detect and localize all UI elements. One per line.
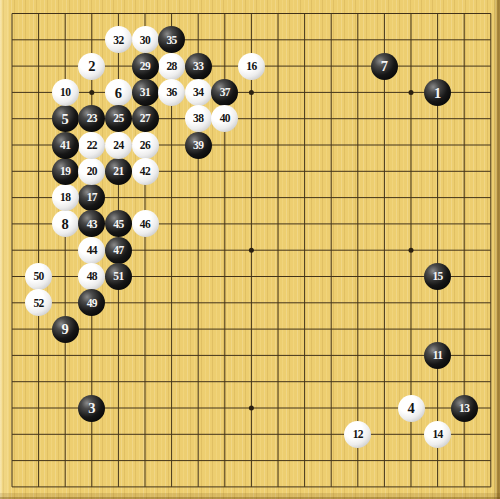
move-number: 17: [87, 191, 97, 204]
move-number: 38: [193, 112, 203, 125]
move-number: 32: [113, 34, 123, 47]
stones-layer: 1234567891011121314151617181920212223242…: [0, 0, 500, 499]
move-number: 45: [113, 218, 123, 231]
stone-black-35[interactable]: 35: [158, 26, 185, 53]
stone-white-18[interactable]: 18: [52, 184, 79, 211]
move-number: 33: [193, 60, 203, 73]
stone-white-38[interactable]: 38: [185, 105, 212, 132]
move-number: 25: [113, 112, 123, 125]
move-number: 30: [140, 34, 150, 47]
stone-white-10[interactable]: 10: [52, 79, 79, 106]
move-number: 29: [140, 60, 150, 73]
move-number: 49: [87, 297, 97, 310]
stone-white-28[interactable]: 28: [158, 53, 185, 80]
move-number: 11: [433, 349, 443, 362]
move-number: 5: [62, 111, 69, 127]
stone-black-29[interactable]: 29: [132, 53, 159, 80]
move-number: 40: [220, 112, 230, 125]
move-number: 2: [88, 58, 95, 74]
stone-black-25[interactable]: 25: [105, 105, 132, 132]
stone-black-37[interactable]: 37: [211, 79, 238, 106]
move-number: 48: [87, 270, 97, 283]
move-number: 50: [33, 270, 43, 283]
stone-white-14[interactable]: 14: [424, 421, 451, 448]
stone-white-44[interactable]: 44: [78, 237, 105, 264]
stone-white-34[interactable]: 34: [185, 79, 212, 106]
stone-white-30[interactable]: 30: [132, 26, 159, 53]
stone-white-12[interactable]: 12: [344, 421, 371, 448]
stone-black-31[interactable]: 31: [132, 79, 159, 106]
stone-black-21[interactable]: 21: [105, 158, 132, 185]
stone-white-52[interactable]: 52: [25, 289, 52, 316]
move-number: 34: [193, 86, 203, 99]
stone-white-22[interactable]: 22: [78, 132, 105, 159]
stone-white-36[interactable]: 36: [158, 79, 185, 106]
move-number: 23: [87, 112, 97, 125]
move-number: 3: [88, 400, 95, 416]
stone-black-5[interactable]: 5: [52, 105, 79, 132]
stone-black-33[interactable]: 33: [185, 53, 212, 80]
move-number: 14: [432, 428, 442, 441]
stone-black-47[interactable]: 47: [105, 237, 132, 264]
move-number: 35: [166, 34, 176, 47]
move-number: 36: [166, 86, 176, 99]
move-number: 39: [193, 139, 203, 152]
move-number: 20: [87, 165, 97, 178]
move-number: 47: [113, 244, 123, 257]
stone-black-43[interactable]: 43: [78, 210, 105, 237]
move-number: 26: [140, 139, 150, 152]
stone-white-4[interactable]: 4: [398, 395, 425, 422]
move-number: 13: [459, 402, 469, 415]
move-number: 24: [113, 139, 123, 152]
stone-white-20[interactable]: 20: [78, 158, 105, 185]
move-number: 44: [87, 244, 97, 257]
move-number: 12: [353, 428, 363, 441]
move-number: 21: [113, 165, 123, 178]
move-number: 16: [246, 60, 256, 73]
stone-black-45[interactable]: 45: [105, 210, 132, 237]
stone-black-41[interactable]: 41: [52, 132, 79, 159]
stone-black-27[interactable]: 27: [132, 105, 159, 132]
stone-black-17[interactable]: 17: [78, 184, 105, 211]
stone-white-46[interactable]: 46: [132, 210, 159, 237]
stone-white-32[interactable]: 32: [105, 26, 132, 53]
stone-white-16[interactable]: 16: [238, 53, 265, 80]
stone-black-49[interactable]: 49: [78, 289, 105, 316]
move-number: 4: [407, 400, 414, 416]
stone-black-51[interactable]: 51: [105, 263, 132, 290]
stone-black-1[interactable]: 1: [424, 79, 451, 106]
stone-black-9[interactable]: 9: [52, 316, 79, 343]
move-number: 52: [33, 297, 43, 310]
stone-white-26[interactable]: 26: [132, 132, 159, 159]
stone-black-13[interactable]: 13: [451, 395, 478, 422]
move-number: 42: [140, 165, 150, 178]
go-board-diagram: 1234567891011121314151617181920212223242…: [0, 0, 500, 499]
stone-black-15[interactable]: 15: [424, 263, 451, 290]
move-number: 6: [115, 85, 122, 101]
move-number: 8: [62, 216, 69, 232]
move-number: 51: [113, 270, 123, 283]
stone-black-19[interactable]: 19: [52, 158, 79, 185]
move-number: 7: [381, 58, 388, 74]
move-number: 43: [87, 218, 97, 231]
stone-white-50[interactable]: 50: [25, 263, 52, 290]
move-number: 15: [432, 270, 442, 283]
move-number: 46: [140, 218, 150, 231]
move-number: 37: [220, 86, 230, 99]
move-number: 41: [60, 139, 70, 152]
move-number: 10: [60, 86, 70, 99]
stone-white-8[interactable]: 8: [52, 210, 79, 237]
move-number: 27: [140, 112, 150, 125]
move-number: 31: [140, 86, 150, 99]
move-number: 28: [166, 60, 176, 73]
move-number: 22: [87, 139, 97, 152]
move-number: 19: [60, 165, 70, 178]
stone-white-40[interactable]: 40: [211, 105, 238, 132]
stone-white-24[interactable]: 24: [105, 132, 132, 159]
move-number: 1: [434, 85, 441, 101]
stone-black-23[interactable]: 23: [78, 105, 105, 132]
stone-black-7[interactable]: 7: [371, 53, 398, 80]
move-number: 9: [62, 321, 69, 337]
stone-white-48[interactable]: 48: [78, 263, 105, 290]
stone-black-3[interactable]: 3: [78, 395, 105, 422]
stone-white-2[interactable]: 2: [78, 53, 105, 80]
stone-white-6[interactable]: 6: [105, 79, 132, 106]
stone-white-42[interactable]: 42: [132, 158, 159, 185]
stone-black-39[interactable]: 39: [185, 132, 212, 159]
move-number: 18: [60, 191, 70, 204]
go-board[interactable]: 1234567891011121314151617181920212223242…: [0, 0, 500, 499]
stone-black-11[interactable]: 11: [424, 342, 451, 369]
